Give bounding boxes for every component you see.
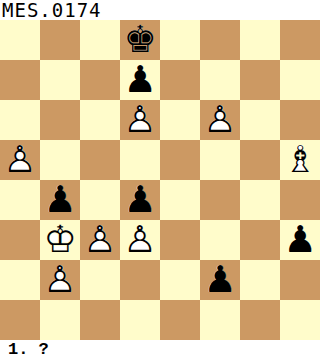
square-f1[interactable]	[200, 300, 240, 340]
black-pawn-glyph: ♟	[280, 220, 320, 260]
square-g3[interactable]	[240, 220, 280, 260]
square-f3[interactable]	[200, 220, 240, 260]
square-h3[interactable]: ♙♟	[280, 220, 320, 260]
white-pawn[interactable]: ♟♙	[0, 140, 40, 180]
square-a8[interactable]	[0, 20, 40, 60]
square-c1[interactable]	[80, 300, 120, 340]
black-pawn[interactable]: ♙♟	[280, 220, 320, 260]
square-g6[interactable]	[240, 100, 280, 140]
square-a1[interactable]	[0, 300, 40, 340]
square-b2[interactable]: ♟♙	[40, 260, 80, 300]
white-king[interactable]: ♚♔	[40, 220, 80, 260]
square-d8[interactable]: ♔♚	[120, 20, 160, 60]
square-h2[interactable]	[280, 260, 320, 300]
move-prompt: 1. ?	[0, 340, 320, 360]
square-d7[interactable]: ♙♟	[120, 60, 160, 100]
white-pawn-glyph: ♙	[120, 100, 160, 140]
black-pawn-glyph: ♟	[40, 180, 80, 220]
black-pawn-glyph: ♟	[120, 180, 160, 220]
square-g4[interactable]	[240, 180, 280, 220]
white-king-glyph: ♔	[40, 220, 80, 260]
square-h4[interactable]	[280, 180, 320, 220]
square-d4[interactable]: ♙♟	[120, 180, 160, 220]
square-a3[interactable]	[0, 220, 40, 260]
square-f2[interactable]: ♙♟	[200, 260, 240, 300]
square-b4[interactable]: ♙♟	[40, 180, 80, 220]
white-pawn[interactable]: ♟♙	[40, 260, 80, 300]
square-h8[interactable]	[280, 20, 320, 60]
chess-puzzle-window: MES.0174 ♔♚♙♟♟♙♟♙♟♙♝♗♙♟♙♟♚♔♟♙♟♙♙♟♟♙♙♟ 1.…	[0, 0, 320, 360]
square-g2[interactable]	[240, 260, 280, 300]
square-e5[interactable]	[160, 140, 200, 180]
black-pawn[interactable]: ♙♟	[200, 260, 240, 300]
black-king-glyph: ♚	[120, 20, 160, 60]
black-pawn-glyph: ♟	[200, 260, 240, 300]
white-pawn[interactable]: ♟♙	[80, 220, 120, 260]
square-c3[interactable]: ♟♙	[80, 220, 120, 260]
square-a4[interactable]	[0, 180, 40, 220]
square-e7[interactable]	[160, 60, 200, 100]
white-bishop-glyph: ♗	[280, 140, 320, 180]
black-pawn[interactable]: ♙♟	[40, 180, 80, 220]
black-king[interactable]: ♔♚	[120, 20, 160, 60]
square-d6[interactable]: ♟♙	[120, 100, 160, 140]
black-pawn[interactable]: ♙♟	[120, 180, 160, 220]
square-b7[interactable]	[40, 60, 80, 100]
square-a2[interactable]	[0, 260, 40, 300]
square-a6[interactable]	[0, 100, 40, 140]
square-e3[interactable]	[160, 220, 200, 260]
square-c5[interactable]	[80, 140, 120, 180]
white-pawn-glyph: ♙	[0, 140, 40, 180]
square-c7[interactable]	[80, 60, 120, 100]
square-b1[interactable]	[40, 300, 80, 340]
white-bishop[interactable]: ♝♗	[280, 140, 320, 180]
square-f6[interactable]: ♟♙	[200, 100, 240, 140]
square-e8[interactable]	[160, 20, 200, 60]
square-d3[interactable]: ♟♙	[120, 220, 160, 260]
square-c8[interactable]	[80, 20, 120, 60]
white-pawn-glyph: ♙	[120, 220, 160, 260]
black-pawn[interactable]: ♙♟	[120, 60, 160, 100]
square-g8[interactable]	[240, 20, 280, 60]
white-pawn-glyph: ♙	[200, 100, 240, 140]
square-f7[interactable]	[200, 60, 240, 100]
square-e4[interactable]	[160, 180, 200, 220]
square-c6[interactable]	[80, 100, 120, 140]
square-d2[interactable]	[120, 260, 160, 300]
square-b3[interactable]: ♚♔	[40, 220, 80, 260]
square-e6[interactable]	[160, 100, 200, 140]
chess-board: ♔♚♙♟♟♙♟♙♟♙♝♗♙♟♙♟♚♔♟♙♟♙♙♟♟♙♙♟	[0, 20, 320, 340]
square-d1[interactable]	[120, 300, 160, 340]
square-e1[interactable]	[160, 300, 200, 340]
square-f4[interactable]	[200, 180, 240, 220]
square-c4[interactable]	[80, 180, 120, 220]
square-b6[interactable]	[40, 100, 80, 140]
white-pawn[interactable]: ♟♙	[120, 100, 160, 140]
white-pawn[interactable]: ♟♙	[120, 220, 160, 260]
square-g7[interactable]	[240, 60, 280, 100]
white-pawn-glyph: ♙	[40, 260, 80, 300]
square-g1[interactable]	[240, 300, 280, 340]
square-f5[interactable]	[200, 140, 240, 180]
square-e2[interactable]	[160, 260, 200, 300]
square-a5[interactable]: ♟♙	[0, 140, 40, 180]
black-pawn-glyph: ♟	[120, 60, 160, 100]
square-h5[interactable]: ♝♗	[280, 140, 320, 180]
square-a7[interactable]	[0, 60, 40, 100]
square-b8[interactable]	[40, 20, 80, 60]
square-h6[interactable]	[280, 100, 320, 140]
square-h7[interactable]	[280, 60, 320, 100]
square-c2[interactable]	[80, 260, 120, 300]
square-d5[interactable]	[120, 140, 160, 180]
white-pawn-glyph: ♙	[80, 220, 120, 260]
square-f8[interactable]	[200, 20, 240, 60]
square-h1[interactable]	[280, 300, 320, 340]
square-b5[interactable]	[40, 140, 80, 180]
puzzle-title: MES.0174	[0, 0, 320, 20]
white-pawn[interactable]: ♟♙	[200, 100, 240, 140]
square-g5[interactable]	[240, 140, 280, 180]
